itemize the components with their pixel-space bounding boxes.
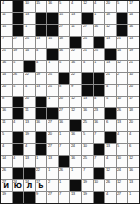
black-cell-r9-c9 <box>105 108 116 119</box>
cell-r10-c2[interactable]: 13 <box>24 120 35 131</box>
cell-r0-c0[interactable]: 4 <box>1 1 12 12</box>
cell-r5-c9[interactable]: 13 <box>105 61 116 72</box>
cell-code-number: 7 <box>94 132 96 136</box>
cell-r7-c0[interactable]: 20 <box>1 85 12 96</box>
cell-code-number: 7 <box>117 85 119 89</box>
cell-code-number: 15 <box>59 13 63 17</box>
black-cell-r16-c1 <box>13 192 24 203</box>
black-cell-r11-c1 <box>13 132 24 143</box>
cell-r16-c5[interactable]: 7 <box>59 192 70 203</box>
cell-code-number: 4 <box>83 61 85 65</box>
cell-r14-c3[interactable]: 22 <box>36 168 47 179</box>
cell-code-number: 13 <box>25 156 29 160</box>
cell-code-number: 4 <box>36 49 38 53</box>
cell-r13-c0[interactable]: 14 <box>1 156 12 167</box>
cell-r8-c7[interactable]: 13 <box>82 97 93 108</box>
cell-r3-c7[interactable]: 25 <box>82 37 93 48</box>
cell-code-number: 19 <box>129 49 133 53</box>
cell-r0-c9[interactable]: 20 <box>105 1 116 12</box>
cell-r6-c3[interactable]: 19 <box>36 73 47 84</box>
cell-r2-c6[interactable]: 11 <box>70 25 81 36</box>
cell-r3-c1[interactable]: 27 <box>13 37 24 48</box>
black-cell-r2-c4 <box>47 25 58 36</box>
cell-r16-c7[interactable]: 19 <box>82 192 93 203</box>
cell-code-number: 16 <box>71 61 75 65</box>
cell-r5-c8[interactable]: 1 <box>94 61 105 72</box>
cell-r0-c4[interactable]: 16 <box>47 1 58 12</box>
cell-r12-c7[interactable]: 10 <box>82 144 93 155</box>
cell-r9-c8[interactable]: 23 <box>94 108 105 119</box>
cell-code-number: 22 <box>36 168 40 172</box>
codeword-board: 4101516541242051711131513118141512711271… <box>0 0 140 204</box>
black-cell-r6-c5 <box>59 73 70 84</box>
cell-r15-c3[interactable]: 17Ь <box>36 180 47 191</box>
cell-code-number: 21 <box>106 73 110 77</box>
cell-r7-c2[interactable]: 4 <box>24 85 35 96</box>
cell-code-number: 26 <box>13 73 17 77</box>
cell-r13-c6[interactable]: 16 <box>70 156 81 167</box>
cell-r9-c5[interactable]: 27 <box>59 108 70 119</box>
cell-code-number: 5 <box>13 85 15 89</box>
prefilled-letter: Ь <box>36 181 47 191</box>
cell-r16-c3[interactable]: 9 <box>36 192 47 203</box>
black-cell-r1-c7 <box>82 13 93 24</box>
cell-code-number: 5 <box>106 97 108 101</box>
cell-r13-c10[interactable]: 10 <box>117 156 128 167</box>
black-cell-r13-c5 <box>59 156 70 167</box>
cell-r1-c6[interactable]: 13 <box>70 13 81 24</box>
cell-r0-c8[interactable]: 4 <box>94 1 105 12</box>
cell-r9-c10[interactable]: 26 <box>117 108 128 119</box>
cell-code-number: 1 <box>94 13 96 17</box>
cell-r1-c5[interactable]: 15 <box>59 13 70 24</box>
cell-r13-c8[interactable]: 7 <box>94 156 105 167</box>
cell-r3-c9[interactable]: 13 <box>105 37 116 48</box>
cell-code-number: 13 <box>48 156 52 160</box>
cell-r6-c4[interactable]: 25 <box>47 73 58 84</box>
cell-code-number: 4 <box>71 1 73 5</box>
cell-code-number: 14 <box>117 49 121 53</box>
cell-r9-c11[interactable]: 18 <box>128 108 139 119</box>
cell-code-number: 16 <box>94 120 98 124</box>
cell-r15-c9[interactable]: 26 <box>105 180 116 191</box>
cell-r13-c4[interactable]: 13 <box>47 156 58 167</box>
cell-r12-c5[interactable]: 7 <box>59 144 70 155</box>
prefilled-letter: Ю <box>13 181 24 191</box>
cell-r3-c5[interactable]: 18 <box>59 37 70 48</box>
cell-r7-c9[interactable]: 4 <box>105 85 116 96</box>
cell-r8-c5[interactable]: 20 <box>59 97 70 108</box>
cell-code-number: 4 <box>94 97 96 101</box>
cell-code-number: 16 <box>59 49 63 53</box>
cell-r14-c4[interactable]: 1 <box>47 168 58 179</box>
black-cell-r0-c1 <box>13 1 24 12</box>
cell-r8-c0[interactable]: 8 <box>1 97 12 108</box>
cell-r14-c11[interactable]: 16 <box>128 168 139 179</box>
cell-code-number: 13 <box>106 37 110 41</box>
cell-r5-c5[interactable]: 5 <box>59 61 70 72</box>
cell-r15-c4[interactable]: 2 <box>47 180 58 191</box>
cell-code-number: 15 <box>2 25 6 29</box>
cell-code-number: 19 <box>36 73 40 77</box>
cell-code-number: 2 <box>48 180 50 184</box>
cell-r7-c6[interactable]: 9 <box>70 85 81 96</box>
cell-code-number: 12 <box>83 1 87 5</box>
cell-r11-c5[interactable]: 1 <box>59 132 70 143</box>
cell-r1-c0[interactable]: 11 <box>1 13 12 24</box>
cell-r14-c0[interactable]: 26 <box>1 168 12 179</box>
cell-r4-c1[interactable]: 19 <box>13 49 24 60</box>
cell-r15-c5[interactable]: 1 <box>59 180 70 191</box>
cell-code-number: 1 <box>59 132 61 136</box>
cell-code-number: 10 <box>129 73 133 77</box>
cell-r8-c10[interactable]: 10 <box>117 97 128 108</box>
cell-r16-c9[interactable]: 4 <box>105 192 116 203</box>
cell-r4-c11[interactable]: 19 <box>128 49 139 60</box>
cell-r14-c9[interactable]: 12 <box>105 168 116 179</box>
cell-r15-c1[interactable]: 24Ю <box>13 180 24 191</box>
cell-r3-c4[interactable]: 15 <box>47 37 58 48</box>
cell-r16-c0[interactable]: 19 <box>1 192 12 203</box>
cell-code-number: 7 <box>59 144 61 148</box>
cell-r16-c11[interactable]: 1 <box>128 192 139 203</box>
cell-code-number: 11 <box>2 13 5 17</box>
cell-r15-c2[interactable]: 14Л <box>24 180 35 191</box>
cell-r1-c11[interactable]: 14 <box>128 13 139 24</box>
cell-r4-c6[interactable]: 22 <box>70 49 81 60</box>
cell-r14-c10[interactable]: 24 <box>117 168 128 179</box>
cell-code-number: 13 <box>117 120 121 124</box>
cell-r13-c2[interactable]: 13 <box>24 156 35 167</box>
black-cell-r7-c7 <box>82 85 93 96</box>
cell-r12-c9[interactable]: 13 <box>105 144 116 155</box>
cell-r9-c6[interactable]: 12 <box>70 108 81 119</box>
cell-code-number: 20 <box>2 85 6 89</box>
black-cell-r8-c1 <box>13 97 24 108</box>
cell-code-number: 18 <box>59 37 63 41</box>
black-cell-r14-c8 <box>94 168 105 179</box>
cell-r5-c7[interactable]: 4 <box>82 61 93 72</box>
cell-r8-c2[interactable]: 20 <box>24 97 35 108</box>
cell-r15-c10[interactable]: 12 <box>117 180 128 191</box>
black-cell-r2-c10 <box>117 25 128 36</box>
cell-code-number: 7 <box>94 156 96 160</box>
cell-r4-c5[interactable]: 16 <box>59 49 70 60</box>
cell-code-number: 25 <box>83 37 87 41</box>
black-cell-r2-c1 <box>13 25 24 36</box>
cell-r2-c2[interactable]: 1 <box>24 25 35 36</box>
cell-code-number: 20 <box>59 97 63 101</box>
cell-code-number: 13 <box>36 85 40 89</box>
black-cell-r6-c7 <box>82 73 93 84</box>
cell-r2-c0[interactable]: 15 <box>1 25 12 36</box>
cell-code-number: 12 <box>129 156 133 160</box>
cell-r7-c5[interactable]: 8 <box>59 85 70 96</box>
cell-code-number: 19 <box>2 192 6 196</box>
cell-r10-c9[interactable]: 6 <box>105 120 116 131</box>
cell-r8-c8[interactable]: 4 <box>94 97 105 108</box>
cell-r14-c5[interactable]: 26 <box>59 168 70 179</box>
black-cell-r5-c2 <box>24 61 35 72</box>
cell-code-number: 12 <box>117 61 121 65</box>
cell-r4-c0[interactable]: 21 <box>1 49 12 60</box>
cell-r5-c0[interactable]: 16 <box>1 61 12 72</box>
cell-r9-c7[interactable]: 16 <box>82 108 93 119</box>
black-cell-r8-c3 <box>36 97 47 108</box>
cell-r7-c4[interactable]: 25 <box>47 85 58 96</box>
cell-code-number: 9 <box>36 192 38 196</box>
cell-code-number: 27 <box>48 120 52 124</box>
cell-code-number: 26 <box>59 168 63 172</box>
cell-r1-c2[interactable]: 13 <box>24 13 35 24</box>
cell-code-number: 12 <box>71 97 75 101</box>
cell-code-number: 16 <box>129 168 133 172</box>
cell-r6-c9[interactable]: 21 <box>105 73 116 84</box>
cell-code-number: 4 <box>13 120 15 124</box>
cell-r0-c3[interactable]: 15 <box>36 1 47 12</box>
cell-r15-c7[interactable]: 19 <box>82 180 93 191</box>
black-cell-r12-c8 <box>94 144 105 155</box>
cell-r6-c1[interactable]: 26 <box>13 73 24 84</box>
cell-r16-c10[interactable]: 27 <box>117 192 128 203</box>
cell-code-number: 11 <box>2 120 5 124</box>
cell-r11-c4[interactable]: 20 <box>47 132 58 143</box>
cell-r11-c11[interactable]: 4 <box>128 132 139 143</box>
cell-r8-c4[interactable]: 1 <box>47 97 58 108</box>
cell-r5-c3[interactable]: 4 <box>36 61 47 72</box>
cell-r3-c3[interactable]: 13 <box>36 37 47 48</box>
black-cell-r9-c1 <box>13 108 24 119</box>
cell-code-number: 4 <box>2 144 4 148</box>
cell-code-number: 12 <box>117 180 121 184</box>
cell-code-number: 19 <box>83 180 87 184</box>
cell-code-number: 5 <box>117 144 119 148</box>
cell-code-number: 14 <box>2 73 6 77</box>
cell-code-number: 16 <box>48 1 52 5</box>
cell-r3-c10[interactable]: 21 <box>117 37 128 48</box>
cell-code-number: 21 <box>2 49 6 53</box>
cell-code-number: 22 <box>71 73 75 77</box>
cell-code-number: 27 <box>13 37 17 41</box>
cell-r5-c10[interactable]: 12 <box>117 61 128 72</box>
cell-r10-c10[interactable]: 13 <box>117 120 128 131</box>
cell-code-number: 11 <box>25 108 28 112</box>
cell-r2-c11[interactable]: 16 <box>128 25 139 36</box>
cell-code-number: 27 <box>48 144 52 148</box>
cell-code-number: 5 <box>59 61 61 65</box>
cell-code-number: 7 <box>2 37 4 41</box>
cell-code-number: 19 <box>83 192 87 196</box>
cell-code-number: 1 <box>94 61 96 65</box>
cell-code-number: 16 <box>36 120 40 124</box>
cell-r3-c0[interactable]: 7 <box>1 37 12 48</box>
cell-code-number: 20 <box>48 132 52 136</box>
cell-code-number: 13 <box>36 37 40 41</box>
cell-r14-c6[interactable]: 1 <box>70 168 81 179</box>
cell-r15-c0[interactable]: 27И <box>1 180 12 191</box>
cell-code-number: 10 <box>25 1 29 5</box>
cell-r8-c9[interactable]: 5 <box>105 97 116 108</box>
cell-code-number: 13 <box>25 120 29 124</box>
black-cell-r7-c8 <box>94 85 105 96</box>
cell-code-number: 4 <box>94 1 96 5</box>
cell-r10-c8[interactable]: 16 <box>94 120 105 131</box>
cell-r9-c2[interactable]: 11 <box>24 108 35 119</box>
black-cell-r1-c3 <box>36 13 47 24</box>
cell-r7-c3[interactable]: 13 <box>36 85 47 96</box>
cell-code-number: 7 <box>83 168 85 172</box>
cell-r12-c11[interactable]: 6 <box>128 144 139 155</box>
cell-code-number: 4 <box>106 85 108 89</box>
cell-r11-c0[interactable]: 5 <box>1 132 12 143</box>
cell-r15-c8[interactable]: 10 <box>94 180 105 191</box>
black-cell-r11-c3 <box>36 132 47 143</box>
cell-r12-c10[interactable]: 5 <box>117 144 128 155</box>
cell-code-number: 13 <box>129 37 133 41</box>
cell-r2-c9[interactable]: 12 <box>105 25 116 36</box>
cell-r3-c2[interactable]: 25 <box>24 37 35 48</box>
cell-code-number: 22 <box>25 73 29 77</box>
cell-r11-c7[interactable]: 5 <box>82 132 93 143</box>
cell-code-number: 25 <box>25 37 29 41</box>
cell-r1-c8[interactable]: 1 <box>94 13 105 24</box>
cell-code-number: 13 <box>106 61 110 65</box>
cell-r3-c11[interactable]: 13 <box>128 37 139 48</box>
cell-r10-c4[interactable]: 27 <box>47 120 58 131</box>
cell-code-number: 27 <box>59 25 63 29</box>
cell-code-number: 4 <box>25 144 27 148</box>
cell-r10-c11[interactable]: 20 <box>128 120 139 131</box>
cell-code-number: 20 <box>106 1 110 5</box>
cell-r10-c5[interactable]: 16 <box>59 120 70 131</box>
cell-code-number: 15 <box>48 37 52 41</box>
cell-r4-c7[interactable]: 21 <box>82 49 93 60</box>
cell-r10-c1[interactable]: 4 <box>13 120 24 131</box>
cell-code-number: 16 <box>71 156 75 160</box>
cell-r0-c2[interactable]: 10 <box>24 1 35 12</box>
cell-r2-c7[interactable]: 27 <box>82 25 93 36</box>
cell-code-number: 14 <box>25 49 29 53</box>
cell-r0-c6[interactable]: 4 <box>70 1 81 12</box>
cell-code-number: 13 <box>129 180 133 184</box>
cell-code-number: 16 <box>129 25 133 29</box>
cell-r13-c7[interactable]: 25 <box>82 156 93 167</box>
cell-r4-c2[interactable]: 14 <box>24 49 35 60</box>
cell-r4-c10[interactable]: 14 <box>117 49 128 60</box>
cell-code-number: 4 <box>2 1 4 5</box>
cell-code-number: 13 <box>71 13 75 17</box>
black-cell-r6-c8 <box>94 73 105 84</box>
cell-r10-c7[interactable]: 25 <box>82 120 93 131</box>
cell-r2-c8[interactable]: 16 <box>94 25 105 36</box>
cell-r9-c0[interactable]: 16 <box>1 108 12 119</box>
cell-r12-c0[interactable]: 4 <box>1 144 12 155</box>
cell-code-number: 4 <box>129 132 131 136</box>
cell-r5-c4[interactable]: 1 <box>47 61 58 72</box>
cell-r4-c8[interactable]: 25 <box>94 49 105 60</box>
cell-r11-c6[interactable]: 16 <box>70 132 81 143</box>
cell-code-number: 4 <box>106 156 108 160</box>
cell-code-number: 12 <box>106 168 110 172</box>
cell-r1-c9[interactable]: 18 <box>105 13 116 24</box>
cell-r5-c6[interactable]: 16 <box>70 61 81 72</box>
cell-r7-c1[interactable]: 5 <box>13 85 24 96</box>
cell-r5-c11[interactable]: 21 <box>128 61 139 72</box>
black-cell-r16-c8 <box>94 192 105 203</box>
cell-r6-c6[interactable]: 22 <box>70 73 81 84</box>
cell-r0-c11[interactable]: 17 <box>128 1 139 12</box>
cell-code-number: 6 <box>106 120 108 124</box>
cell-r0-c10[interactable]: 5 <box>117 1 128 12</box>
cell-r11-c10[interactable]: 4 <box>117 132 128 143</box>
cell-code-number: 25 <box>83 156 87 160</box>
cell-r0-c7[interactable]: 12 <box>82 1 93 12</box>
cell-r4-c3[interactable]: 4 <box>36 49 47 60</box>
cell-r13-c1[interactable]: 4 <box>13 156 24 167</box>
cell-r11-c8[interactable]: 7 <box>94 132 105 143</box>
cell-r13-c9[interactable]: 4 <box>105 156 116 167</box>
cell-code-number: 24 <box>71 144 75 148</box>
cell-code-number: 16 <box>83 108 87 112</box>
cell-r11-c2[interactable]: 19 <box>24 132 35 143</box>
cell-r10-c3[interactable]: 16 <box>36 120 47 131</box>
cell-r0-c5[interactable]: 5 <box>59 1 70 12</box>
cell-r6-c2[interactable]: 22 <box>24 73 35 84</box>
cell-code-number: 20 <box>129 85 133 89</box>
cell-r13-c3[interactable]: 1 <box>36 156 47 167</box>
cell-r16-c6[interactable]: 13 <box>70 192 81 203</box>
cell-r12-c6[interactable]: 24 <box>70 144 81 155</box>
cell-r12-c2[interactable]: 4 <box>24 144 35 155</box>
cell-code-number: 10 <box>94 180 98 184</box>
cell-r6-c10[interactable]: 2 <box>117 73 128 84</box>
cell-code-number: 1 <box>59 180 61 184</box>
black-cell-r2-c3 <box>36 25 47 36</box>
cell-code-number: 5 <box>83 132 85 136</box>
cell-r6-c11[interactable]: 10 <box>128 73 139 84</box>
cell-r7-c10[interactable]: 7 <box>117 85 128 96</box>
cell-code-number: 19 <box>25 132 29 136</box>
cell-code-number: 27 <box>48 192 52 196</box>
cell-code-number: 17 <box>129 1 133 5</box>
cell-r10-c0[interactable]: 11 <box>1 120 12 131</box>
cell-code-number: 21 <box>83 49 87 53</box>
cell-r8-c6[interactable]: 12 <box>70 97 81 108</box>
cell-code-number: 15 <box>36 1 40 5</box>
cell-code-number: 25 <box>83 120 87 124</box>
cell-code-number: 20 <box>25 97 29 101</box>
cell-code-number: 22 <box>71 49 75 53</box>
cell-r13-c11[interactable]: 12 <box>128 156 139 167</box>
cell-r6-c0[interactable]: 14 <box>1 73 12 84</box>
cell-r14-c7[interactable]: 7 <box>82 168 93 179</box>
cell-r2-c5[interactable]: 27 <box>59 25 70 36</box>
cell-code-number: 24 <box>117 168 121 172</box>
cell-r5-c1[interactable]: 5 <box>13 61 24 72</box>
cell-code-number: 18 <box>106 13 110 17</box>
cell-r7-c11[interactable]: 20 <box>128 85 139 96</box>
cell-r12-c4[interactable]: 27 <box>47 144 58 155</box>
cell-code-number: 21 <box>129 61 133 65</box>
cell-r16-c4[interactable]: 27 <box>47 192 58 203</box>
black-cell-r12-c3 <box>36 144 47 155</box>
cell-code-number: 1 <box>129 192 131 196</box>
cell-r8-c11[interactable]: 17 <box>128 97 139 108</box>
cell-r15-c11[interactable]: 13 <box>128 180 139 191</box>
cell-code-number: 17 <box>129 97 133 101</box>
cell-code-number: 4 <box>13 156 15 160</box>
cell-code-number: 5 <box>2 132 4 136</box>
